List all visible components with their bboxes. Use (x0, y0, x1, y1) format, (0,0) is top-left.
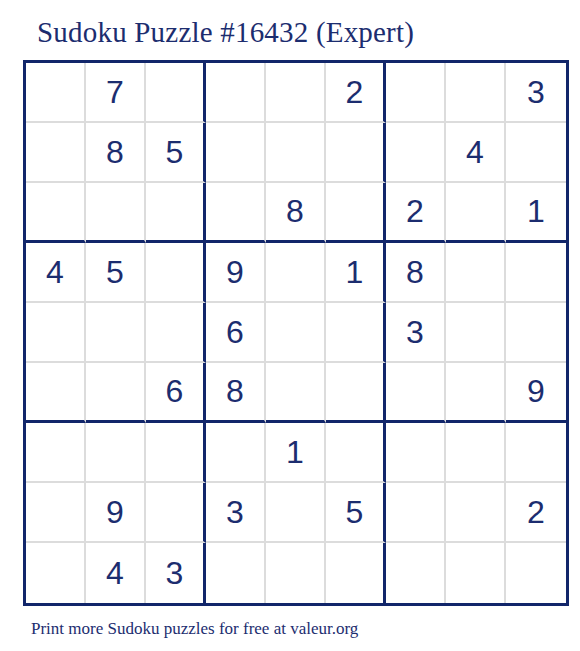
sudoku-cell-r5c4[interactable]: 6 (206, 303, 266, 363)
sudoku-cell-r5c6[interactable] (326, 303, 386, 363)
sudoku-cell-r3c4[interactable] (206, 183, 266, 243)
sudoku-cell-r2c9[interactable] (506, 123, 566, 183)
sudoku-cell-r9c7[interactable] (386, 543, 446, 603)
sudoku-cell-r6c3[interactable]: 6 (146, 363, 206, 423)
sudoku-cell-r5c2[interactable] (86, 303, 146, 363)
sudoku-cell-r5c9[interactable] (506, 303, 566, 363)
sudoku-cell-r1c6[interactable]: 2 (326, 63, 386, 123)
sudoku-cell-r9c5[interactable] (266, 543, 326, 603)
sudoku-cell-r4c3[interactable] (146, 243, 206, 303)
sudoku-cell-r4c7[interactable]: 8 (386, 243, 446, 303)
sudoku-cell-r1c2[interactable]: 7 (86, 63, 146, 123)
sudoku-cell-r2c7[interactable] (386, 123, 446, 183)
sudoku-cell-r5c3[interactable] (146, 303, 206, 363)
sudoku-cell-r7c2[interactable] (86, 423, 146, 483)
sudoku-cell-r4c5[interactable] (266, 243, 326, 303)
sudoku-cell-r8c6[interactable]: 5 (326, 483, 386, 543)
sudoku-cell-r4c8[interactable] (446, 243, 506, 303)
sudoku-cell-r3c5[interactable]: 8 (266, 183, 326, 243)
sudoku-cell-r9c3[interactable]: 3 (146, 543, 206, 603)
sudoku-cell-r9c8[interactable] (446, 543, 506, 603)
sudoku-cell-r4c2[interactable]: 5 (86, 243, 146, 303)
sudoku-cell-r9c4[interactable] (206, 543, 266, 603)
sudoku-cell-r7c4[interactable] (206, 423, 266, 483)
footer-text: Print more Sudoku puzzles for free at va… (23, 606, 580, 639)
sudoku-cell-r5c7[interactable]: 3 (386, 303, 446, 363)
sudoku-cell-r6c8[interactable] (446, 363, 506, 423)
sudoku-cell-r2c4[interactable] (206, 123, 266, 183)
sudoku-cell-r8c1[interactable] (26, 483, 86, 543)
sudoku-cell-r8c2[interactable]: 9 (86, 483, 146, 543)
sudoku-cell-r3c8[interactable] (446, 183, 506, 243)
sudoku-page: Sudoku Puzzle #16432 (Expert) 7238548214… (0, 0, 580, 651)
sudoku-cell-r8c7[interactable] (386, 483, 446, 543)
sudoku-cell-r8c4[interactable]: 3 (206, 483, 266, 543)
sudoku-cell-r5c5[interactable] (266, 303, 326, 363)
sudoku-cell-r1c3[interactable] (146, 63, 206, 123)
sudoku-cell-r1c8[interactable] (446, 63, 506, 123)
sudoku-cell-r6c4[interactable]: 8 (206, 363, 266, 423)
sudoku-cell-r3c1[interactable] (26, 183, 86, 243)
sudoku-cell-r7c7[interactable] (386, 423, 446, 483)
sudoku-cell-r3c7[interactable]: 2 (386, 183, 446, 243)
sudoku-cell-r4c6[interactable]: 1 (326, 243, 386, 303)
sudoku-cell-r6c2[interactable] (86, 363, 146, 423)
sudoku-cell-r7c3[interactable] (146, 423, 206, 483)
page-title: Sudoku Puzzle #16432 (Expert) (23, 0, 580, 60)
sudoku-cell-r1c7[interactable] (386, 63, 446, 123)
sudoku-cell-r9c6[interactable] (326, 543, 386, 603)
sudoku-cell-r5c1[interactable] (26, 303, 86, 363)
sudoku-cell-r6c9[interactable]: 9 (506, 363, 566, 423)
sudoku-cell-r8c3[interactable] (146, 483, 206, 543)
sudoku-cell-r1c1[interactable] (26, 63, 86, 123)
sudoku-cell-r7c1[interactable] (26, 423, 86, 483)
sudoku-cell-r3c9[interactable]: 1 (506, 183, 566, 243)
sudoku-cell-r9c9[interactable] (506, 543, 566, 603)
sudoku-cell-r8c8[interactable] (446, 483, 506, 543)
sudoku-cell-r7c9[interactable] (506, 423, 566, 483)
sudoku-board: 72385482145918636891935243 (23, 60, 569, 606)
sudoku-cell-r1c4[interactable] (206, 63, 266, 123)
sudoku-cell-r6c1[interactable] (26, 363, 86, 423)
sudoku-cell-r4c1[interactable]: 4 (26, 243, 86, 303)
sudoku-cell-r2c3[interactable]: 5 (146, 123, 206, 183)
sudoku-cell-r7c8[interactable] (446, 423, 506, 483)
sudoku-cell-r9c2[interactable]: 4 (86, 543, 146, 603)
sudoku-cell-r7c5[interactable]: 1 (266, 423, 326, 483)
sudoku-cell-r2c2[interactable]: 8 (86, 123, 146, 183)
sudoku-cell-r6c5[interactable] (266, 363, 326, 423)
sudoku-cell-r2c8[interactable]: 4 (446, 123, 506, 183)
sudoku-cell-r2c1[interactable] (26, 123, 86, 183)
sudoku-cell-r9c1[interactable] (26, 543, 86, 603)
sudoku-cell-r3c3[interactable] (146, 183, 206, 243)
sudoku-cell-r3c6[interactable] (326, 183, 386, 243)
sudoku-cell-r1c9[interactable]: 3 (506, 63, 566, 123)
sudoku-cell-r2c6[interactable] (326, 123, 386, 183)
sudoku-cell-r4c4[interactable]: 9 (206, 243, 266, 303)
sudoku-cell-r1c5[interactable] (266, 63, 326, 123)
sudoku-cell-r2c5[interactable] (266, 123, 326, 183)
sudoku-cell-r8c5[interactable] (266, 483, 326, 543)
sudoku-cell-r5c8[interactable] (446, 303, 506, 363)
sudoku-cell-r4c9[interactable] (506, 243, 566, 303)
sudoku-cell-r7c6[interactable] (326, 423, 386, 483)
sudoku-cell-r6c6[interactable] (326, 363, 386, 423)
sudoku-cell-r6c7[interactable] (386, 363, 446, 423)
sudoku-cell-r3c2[interactable] (86, 183, 146, 243)
sudoku-cell-r8c9[interactable]: 2 (506, 483, 566, 543)
